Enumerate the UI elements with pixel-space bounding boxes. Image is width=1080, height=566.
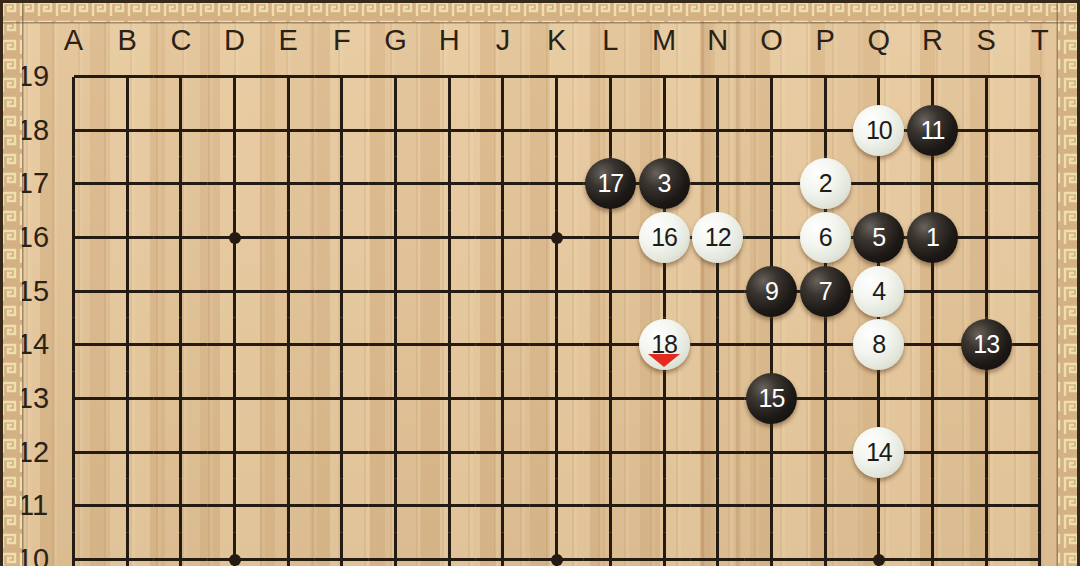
- board-cell-D18[interactable]: [208, 103, 262, 157]
- board-cell-G11[interactable]: [369, 479, 423, 533]
- board-cell-L15[interactable]: [584, 264, 638, 318]
- board-cell-B11[interactable]: [100, 479, 154, 533]
- move-number: 13: [973, 332, 999, 357]
- board-cell-Q17[interactable]: [852, 157, 906, 211]
- board-cell-M13[interactable]: [637, 372, 691, 426]
- board-cell-K15[interactable]: [530, 264, 584, 318]
- board-cell-H13[interactable]: [422, 372, 476, 426]
- board-cell-L12[interactable]: [584, 425, 638, 479]
- board-cell-A19[interactable]: [47, 50, 101, 104]
- go-stone-white-10: 10: [853, 105, 904, 156]
- board-cell-N15[interactable]: [691, 264, 745, 318]
- board-cell-N16[interactable]: 12: [691, 211, 745, 265]
- board-cell-S17[interactable]: [959, 157, 1013, 211]
- board-cell-G13[interactable]: [369, 372, 423, 426]
- board-cell-H10[interactable]: [422, 533, 476, 566]
- board-cell-S15[interactable]: [959, 264, 1013, 318]
- board-cell-M19[interactable]: [637, 50, 691, 104]
- board-cell-K16[interactable]: [530, 211, 584, 265]
- board-cell-E18[interactable]: [261, 103, 315, 157]
- board-cell-F13[interactable]: [315, 372, 369, 426]
- frame-edge-left: [0, 0, 3, 566]
- go-stone-black-17: 17: [585, 158, 636, 209]
- board-cell-C18[interactable]: [154, 103, 208, 157]
- board-cell-P18[interactable]: [798, 103, 852, 157]
- go-stone-white-16: 16: [639, 212, 690, 263]
- board-cell-S16[interactable]: [959, 211, 1013, 265]
- board-cell-A13[interactable]: [47, 372, 101, 426]
- go-stone-black-3: 3: [639, 158, 690, 209]
- board-cell-C13[interactable]: [154, 372, 208, 426]
- board-cell-K10[interactable]: [530, 533, 584, 566]
- board-cell-R17[interactable]: [906, 157, 960, 211]
- board-cell-C10[interactable]: [154, 533, 208, 566]
- board-cell-C15[interactable]: [154, 264, 208, 318]
- board-cell-A18[interactable]: [47, 103, 101, 157]
- board-cell-G15[interactable]: [369, 264, 423, 318]
- move-number: 10: [866, 118, 892, 143]
- board-cell-A17[interactable]: [47, 157, 101, 211]
- board-cell-K19[interactable]: [530, 50, 584, 104]
- board-cell-O15[interactable]: 9: [745, 264, 799, 318]
- board-cell-M18[interactable]: [637, 103, 691, 157]
- board-cell-D15[interactable]: [208, 264, 262, 318]
- move-number: 12: [705, 225, 731, 250]
- go-stone-black-11: 11: [907, 105, 958, 156]
- board-cell-S11[interactable]: [959, 479, 1013, 533]
- board-cell-E11[interactable]: [261, 479, 315, 533]
- go-stone-black-1: 1: [907, 212, 958, 263]
- board-cell-J18[interactable]: [476, 103, 530, 157]
- board-cell-Q13[interactable]: [852, 372, 906, 426]
- move-number: 11: [921, 118, 945, 143]
- board-cell-C17[interactable]: [154, 157, 208, 211]
- board-cell-F12[interactable]: [315, 425, 369, 479]
- move-number: 14: [866, 440, 892, 465]
- board-cell-G10[interactable]: [369, 533, 423, 566]
- board-cell-J19[interactable]: [476, 50, 530, 104]
- go-stone-white-2: 2: [800, 158, 851, 209]
- board-cell-P12[interactable]: [798, 425, 852, 479]
- board-cell-R11[interactable]: [906, 479, 960, 533]
- board-cell-D19[interactable]: [208, 50, 262, 104]
- board-cell-B18[interactable]: [100, 103, 154, 157]
- board-cell-O10[interactable]: [745, 533, 799, 566]
- board-cell-G17[interactable]: [369, 157, 423, 211]
- board-cell-D13[interactable]: [208, 372, 262, 426]
- board-cell-N18[interactable]: [691, 103, 745, 157]
- board-cell-F14[interactable]: [315, 318, 369, 372]
- board-cell-P14[interactable]: [798, 318, 852, 372]
- go-stone-black-9: 9: [746, 266, 797, 317]
- board-cell-T16[interactable]: [1013, 211, 1067, 265]
- board-cell-L18[interactable]: [584, 103, 638, 157]
- board-cell-L13[interactable]: [584, 372, 638, 426]
- move-number: 1: [926, 225, 939, 250]
- go-stone-white-14: 14: [853, 427, 904, 478]
- board-cell-H17[interactable]: [422, 157, 476, 211]
- board-cell-L14[interactable]: [584, 318, 638, 372]
- board-cell-O19[interactable]: [745, 50, 799, 104]
- board-cell-G14[interactable]: [369, 318, 423, 372]
- board-cell-J17[interactable]: [476, 157, 530, 211]
- board-cell-P13[interactable]: [798, 372, 852, 426]
- board-cell-Q10[interactable]: [852, 533, 906, 566]
- board-cell-P16[interactable]: 6: [798, 211, 852, 265]
- last-move-triangle-icon: [648, 354, 680, 367]
- board-cell-T18[interactable]: [1013, 103, 1067, 157]
- board-cell-G12[interactable]: [369, 425, 423, 479]
- board-cell-D11[interactable]: [208, 479, 262, 533]
- board-cell-H19[interactable]: [422, 50, 476, 104]
- board-cell-H18[interactable]: [422, 103, 476, 157]
- board-cell-A15[interactable]: [47, 264, 101, 318]
- board-cell-B10[interactable]: [100, 533, 154, 566]
- board-cell-H14[interactable]: [422, 318, 476, 372]
- board-cell-M14[interactable]: 18: [637, 318, 691, 372]
- board-cell-M12[interactable]: [637, 425, 691, 479]
- board-cell-B19[interactable]: [100, 50, 154, 104]
- board-cell-N11[interactable]: [691, 479, 745, 533]
- board-cell-C14[interactable]: [154, 318, 208, 372]
- board-cell-R14[interactable]: [906, 318, 960, 372]
- board-cell-G19[interactable]: [369, 50, 423, 104]
- board-cell-E13[interactable]: [261, 372, 315, 426]
- go-stone-black-7: 7: [800, 266, 851, 317]
- board-cell-N12[interactable]: [691, 425, 745, 479]
- board-cell-E17[interactable]: [261, 157, 315, 211]
- board-cell-B14[interactable]: [100, 318, 154, 372]
- board-cell-M16[interactable]: 16: [637, 211, 691, 265]
- board-cell-L16[interactable]: [584, 211, 638, 265]
- board-cell-C16[interactable]: [154, 211, 208, 265]
- board-cell-A11[interactable]: [47, 479, 101, 533]
- board-cell-R19[interactable]: [906, 50, 960, 104]
- go-board: 101117321612651974188131514: [47, 50, 1067, 566]
- board-cell-C12[interactable]: [154, 425, 208, 479]
- board-cell-O11[interactable]: [745, 479, 799, 533]
- board-cell-B12[interactable]: [100, 425, 154, 479]
- board-cell-C19[interactable]: [154, 50, 208, 104]
- board-cell-A10[interactable]: [47, 533, 101, 566]
- move-number: 4: [872, 279, 885, 304]
- board-cell-A16[interactable]: [47, 211, 101, 265]
- board-cell-S19[interactable]: [959, 50, 1013, 104]
- board-cell-N17[interactable]: [691, 157, 745, 211]
- board-cell-Q15[interactable]: 4: [852, 264, 906, 318]
- board-cell-R12[interactable]: [906, 425, 960, 479]
- board-cell-Q12[interactable]: 14: [852, 425, 906, 479]
- board-cell-S14[interactable]: 13: [959, 318, 1013, 372]
- board-cell-L10[interactable]: [584, 533, 638, 566]
- board-cell-E14[interactable]: [261, 318, 315, 372]
- frame-edge-top: [0, 0, 1080, 3]
- board-cell-B15[interactable]: [100, 264, 154, 318]
- board-cell-P15[interactable]: 7: [798, 264, 852, 318]
- go-stone-white-6: 6: [800, 212, 851, 263]
- go-stone-white-8: 8: [853, 319, 904, 370]
- board-cell-N10[interactable]: [691, 533, 745, 566]
- board-cell-K14[interactable]: [530, 318, 584, 372]
- board-cell-T19[interactable]: [1013, 50, 1067, 104]
- board-cell-G16[interactable]: [369, 211, 423, 265]
- board-cell-Q19[interactable]: [852, 50, 906, 104]
- board-cell-K11[interactable]: [530, 479, 584, 533]
- board-cell-N19[interactable]: [691, 50, 745, 104]
- board-cell-K12[interactable]: [530, 425, 584, 479]
- board-cell-Q14[interactable]: 8: [852, 318, 906, 372]
- board-cell-T13[interactable]: [1013, 372, 1067, 426]
- board-cell-T14[interactable]: [1013, 318, 1067, 372]
- board-cell-K18[interactable]: [530, 103, 584, 157]
- board-cell-G18[interactable]: [369, 103, 423, 157]
- go-stone-white-4: 4: [853, 266, 904, 317]
- board-cell-F17[interactable]: [315, 157, 369, 211]
- board-cell-L19[interactable]: [584, 50, 638, 104]
- board-cell-T11[interactable]: [1013, 479, 1067, 533]
- board-cell-P19[interactable]: [798, 50, 852, 104]
- board-cell-J13[interactable]: [476, 372, 530, 426]
- board-cell-M11[interactable]: [637, 479, 691, 533]
- board-cell-R16[interactable]: 1: [906, 211, 960, 265]
- board-cell-R13[interactable]: [906, 372, 960, 426]
- board-cell-D14[interactable]: [208, 318, 262, 372]
- board-cell-P11[interactable]: [798, 479, 852, 533]
- board-cell-L11[interactable]: [584, 479, 638, 533]
- board-cell-S12[interactable]: [959, 425, 1013, 479]
- board-cell-M15[interactable]: [637, 264, 691, 318]
- board-cell-N13[interactable]: [691, 372, 745, 426]
- board-cell-J16[interactable]: [476, 211, 530, 265]
- board-cell-P17[interactable]: 2: [798, 157, 852, 211]
- board-cell-J10[interactable]: [476, 533, 530, 566]
- board-cell-H15[interactable]: [422, 264, 476, 318]
- move-number: 6: [819, 225, 832, 250]
- move-number: 15: [759, 386, 785, 411]
- board-cell-J12[interactable]: [476, 425, 530, 479]
- board-cell-D16[interactable]: [208, 211, 262, 265]
- board-cell-C11[interactable]: [154, 479, 208, 533]
- board-cell-S13[interactable]: [959, 372, 1013, 426]
- board-cell-Q18[interactable]: 10: [852, 103, 906, 157]
- board-cell-E12[interactable]: [261, 425, 315, 479]
- board-cell-K17[interactable]: [530, 157, 584, 211]
- board-cell-O18[interactable]: [745, 103, 799, 157]
- board-cell-J14[interactable]: [476, 318, 530, 372]
- board-cell-T15[interactable]: [1013, 264, 1067, 318]
- board-cell-K13[interactable]: [530, 372, 584, 426]
- go-stone-black-13: 13: [961, 319, 1012, 370]
- board-cell-P10[interactable]: [798, 533, 852, 566]
- board-cell-O14[interactable]: [745, 318, 799, 372]
- board-cell-E16[interactable]: [261, 211, 315, 265]
- board-cell-F11[interactable]: [315, 479, 369, 533]
- move-number: 8: [872, 332, 885, 357]
- board-cell-J15[interactable]: [476, 264, 530, 318]
- board-cell-B13[interactable]: [100, 372, 154, 426]
- board-cell-T10[interactable]: [1013, 533, 1067, 566]
- board-cell-F15[interactable]: [315, 264, 369, 318]
- board-cell-E10[interactable]: [261, 533, 315, 566]
- board-cell-S18[interactable]: [959, 103, 1013, 157]
- go-stone-black-15: 15: [746, 373, 797, 424]
- go-stone-black-5: 5: [853, 212, 904, 263]
- go-stone-white-18: 18: [639, 319, 690, 370]
- move-number: 7: [819, 279, 832, 304]
- board-cell-H11[interactable]: [422, 479, 476, 533]
- board-cell-R18[interactable]: 11: [906, 103, 960, 157]
- board-cell-O12[interactable]: [745, 425, 799, 479]
- board-cell-T17[interactable]: [1013, 157, 1067, 211]
- board-cell-M10[interactable]: [637, 533, 691, 566]
- board-cell-O17[interactable]: [745, 157, 799, 211]
- board-cell-F18[interactable]: [315, 103, 369, 157]
- board-cell-R10[interactable]: [906, 533, 960, 566]
- board-cell-H16[interactable]: [422, 211, 476, 265]
- board-cell-D10[interactable]: [208, 533, 262, 566]
- board-cell-Q11[interactable]: [852, 479, 906, 533]
- board-cell-N14[interactable]: [691, 318, 745, 372]
- board-cell-T12[interactable]: [1013, 425, 1067, 479]
- board-cell-M17[interactable]: 3: [637, 157, 691, 211]
- board-cell-O13[interactable]: 15: [745, 372, 799, 426]
- board-cell-F10[interactable]: [315, 533, 369, 566]
- board-cell-A12[interactable]: [47, 425, 101, 479]
- board-cell-B17[interactable]: [100, 157, 154, 211]
- board-cell-R15[interactable]: [906, 264, 960, 318]
- board-cell-H12[interactable]: [422, 425, 476, 479]
- move-number: 3: [658, 171, 671, 196]
- board-cell-F19[interactable]: [315, 50, 369, 104]
- move-number: 17: [597, 171, 623, 196]
- board-cell-A14[interactable]: [47, 318, 101, 372]
- board-cell-J11[interactable]: [476, 479, 530, 533]
- board-cell-B16[interactable]: [100, 211, 154, 265]
- go-board-app: ABCDEFGHJKLMNOPQRST 19181716151413121110…: [0, 0, 1080, 566]
- move-number: 5: [872, 225, 885, 250]
- move-number: 9: [765, 279, 778, 304]
- board-cell-E19[interactable]: [261, 50, 315, 104]
- move-number: 16: [651, 225, 677, 250]
- board-cell-S10[interactable]: [959, 533, 1013, 566]
- frame-strip-top: [3, 3, 1077, 22]
- board-cell-D17[interactable]: [208, 157, 262, 211]
- board-cell-E15[interactable]: [261, 264, 315, 318]
- move-number: 2: [819, 171, 832, 196]
- board-cell-F16[interactable]: [315, 211, 369, 265]
- board-cell-D12[interactable]: [208, 425, 262, 479]
- board-cell-O16[interactable]: [745, 211, 799, 265]
- go-stone-white-12: 12: [692, 212, 743, 263]
- board-cell-Q16[interactable]: 5: [852, 211, 906, 265]
- board-cell-L17[interactable]: 17: [584, 157, 638, 211]
